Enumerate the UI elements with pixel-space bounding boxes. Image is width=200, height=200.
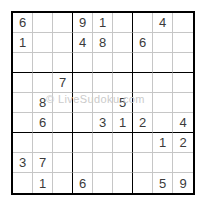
cell-r8c3[interactable] bbox=[53, 153, 73, 173]
cell-r7c5[interactable] bbox=[93, 133, 113, 153]
cell-r9c6[interactable] bbox=[113, 173, 133, 193]
cell-r7c2[interactable] bbox=[33, 133, 53, 153]
cell-r3c8[interactable] bbox=[153, 53, 173, 73]
cell-r3c7[interactable] bbox=[133, 53, 153, 73]
cell-r6c9[interactable]: 4 bbox=[173, 113, 193, 133]
cell-r1c9[interactable] bbox=[173, 13, 193, 33]
cell-r5c4[interactable] bbox=[73, 93, 93, 113]
cell-r2c9[interactable] bbox=[173, 33, 193, 53]
cell-r9c2[interactable]: 1 bbox=[33, 173, 53, 193]
cell-r8c7[interactable] bbox=[133, 153, 153, 173]
cell-r4c6[interactable] bbox=[113, 73, 133, 93]
cell-r6c8[interactable] bbox=[153, 113, 173, 133]
cell-r1c3[interactable] bbox=[53, 13, 73, 33]
cell-r6c4[interactable] bbox=[73, 113, 93, 133]
cell-r1c7[interactable] bbox=[133, 13, 153, 33]
cell-r5c5[interactable] bbox=[93, 93, 113, 113]
cell-r1c1[interactable]: 6 bbox=[13, 13, 33, 33]
cell-r4c1[interactable] bbox=[13, 73, 33, 93]
cell-r5c3[interactable] bbox=[53, 93, 73, 113]
cell-r4c8[interactable] bbox=[153, 73, 173, 93]
cell-r3c4[interactable] bbox=[73, 53, 93, 73]
cell-r1c8[interactable]: 4 bbox=[153, 13, 173, 33]
cell-r2c2[interactable] bbox=[33, 33, 53, 53]
cell-r3c6[interactable] bbox=[113, 53, 133, 73]
cell-r8c2[interactable]: 7 bbox=[33, 153, 53, 173]
cell-r8c5[interactable] bbox=[93, 153, 113, 173]
cell-r8c8[interactable] bbox=[153, 153, 173, 173]
cell-r4c9[interactable] bbox=[173, 73, 193, 93]
cell-r4c7[interactable] bbox=[133, 73, 153, 93]
cell-r1c5[interactable]: 1 bbox=[93, 13, 113, 33]
cell-r3c3[interactable] bbox=[53, 53, 73, 73]
cell-r9c8[interactable]: 5 bbox=[153, 173, 173, 193]
cell-r8c4[interactable] bbox=[73, 153, 93, 173]
cell-r1c6[interactable] bbox=[113, 13, 133, 33]
cell-r2c4[interactable]: 4 bbox=[73, 33, 93, 53]
cell-r9c7[interactable] bbox=[133, 173, 153, 193]
cell-r6c7[interactable]: 2 bbox=[133, 113, 153, 133]
cell-r7c7[interactable] bbox=[133, 133, 153, 153]
cell-r9c1[interactable] bbox=[13, 173, 33, 193]
cell-r3c9[interactable] bbox=[173, 53, 193, 73]
cell-r2c6[interactable] bbox=[113, 33, 133, 53]
cell-r7c6[interactable] bbox=[113, 133, 133, 153]
cell-r9c9[interactable]: 9 bbox=[173, 173, 193, 193]
cell-r7c1[interactable] bbox=[13, 133, 33, 153]
cell-r5c2[interactable]: 8 bbox=[33, 93, 53, 113]
cell-r5c1[interactable] bbox=[13, 93, 33, 113]
cell-r2c3[interactable] bbox=[53, 33, 73, 53]
cell-r5c6[interactable]: 5 bbox=[113, 93, 133, 113]
cell-r9c5[interactable] bbox=[93, 173, 113, 193]
cell-r7c9[interactable]: 2 bbox=[173, 133, 193, 153]
cell-r6c6[interactable]: 1 bbox=[113, 113, 133, 133]
cell-r2c8[interactable] bbox=[153, 33, 173, 53]
cell-r1c2[interactable] bbox=[33, 13, 53, 33]
cell-r6c3[interactable] bbox=[53, 113, 73, 133]
cell-r2c5[interactable]: 8 bbox=[93, 33, 113, 53]
cell-r5c8[interactable] bbox=[153, 93, 173, 113]
cell-r4c5[interactable] bbox=[93, 73, 113, 93]
cell-r6c5[interactable]: 3 bbox=[93, 113, 113, 133]
cell-r8c6[interactable] bbox=[113, 153, 133, 173]
cell-r6c2[interactable]: 6 bbox=[33, 113, 53, 133]
cell-r4c2[interactable] bbox=[33, 73, 53, 93]
cell-r5c9[interactable] bbox=[173, 93, 193, 113]
sudoku-board: 691414867856312412371659 bbox=[11, 11, 195, 195]
cell-r6c1[interactable] bbox=[13, 113, 33, 133]
cell-r7c8[interactable]: 1 bbox=[153, 133, 173, 153]
cell-r2c7[interactable]: 6 bbox=[133, 33, 153, 53]
cell-r2c1[interactable]: 1 bbox=[13, 33, 33, 53]
cell-r3c5[interactable] bbox=[93, 53, 113, 73]
cell-r8c9[interactable] bbox=[173, 153, 193, 173]
cell-r7c4[interactable] bbox=[73, 133, 93, 153]
cell-r5c7[interactable] bbox=[133, 93, 153, 113]
cell-r4c3[interactable]: 7 bbox=[53, 73, 73, 93]
cell-r3c1[interactable] bbox=[13, 53, 33, 73]
cell-r8c1[interactable]: 3 bbox=[13, 153, 33, 173]
cell-r9c3[interactable] bbox=[53, 173, 73, 193]
cell-r9c4[interactable]: 6 bbox=[73, 173, 93, 193]
cell-r1c4[interactable]: 9 bbox=[73, 13, 93, 33]
cell-r4c4[interactable] bbox=[73, 73, 93, 93]
cell-r3c2[interactable] bbox=[33, 53, 53, 73]
cell-r7c3[interactable] bbox=[53, 133, 73, 153]
